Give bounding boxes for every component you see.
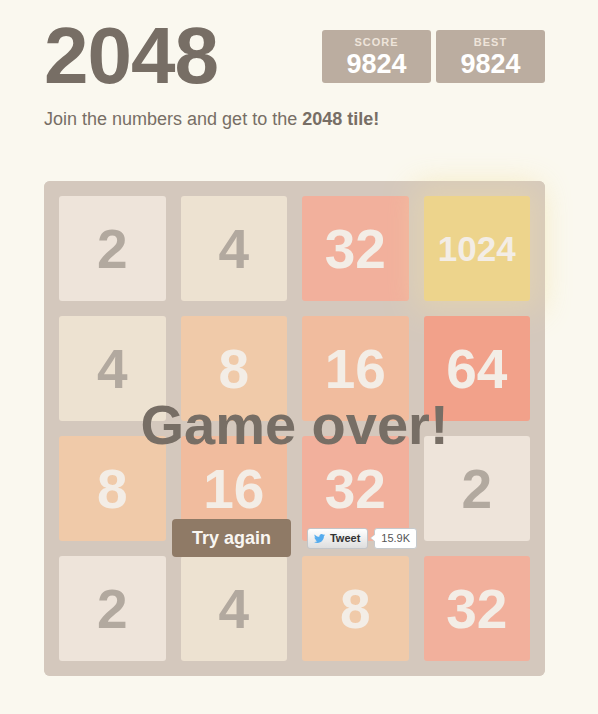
game-over-actions: Try again Tweet 15.9K [44, 519, 545, 557]
try-again-button[interactable]: Try again [172, 519, 291, 557]
best-value: 9824 [460, 49, 520, 79]
best-label: BEST [474, 36, 507, 49]
game-over-message: Game over! [44, 395, 545, 455]
score-box: SCORE 9824 [322, 30, 431, 83]
game-over-overlay: Game over! Try again Tweet 15.9K [44, 181, 545, 676]
header: 2048 SCORE 9824 BEST 9824 [44, 27, 545, 85]
tweet-count[interactable]: 15.9K [374, 528, 417, 549]
best-box: BEST 9824 [436, 30, 545, 83]
game-board: 2432102448166481632224832 Game over! Try… [44, 181, 545, 676]
tweet-button[interactable]: Tweet [307, 528, 368, 549]
tweet-widget: Tweet 15.9K [307, 528, 417, 549]
game-title: 2048 [44, 27, 218, 85]
score-label: SCORE [354, 36, 398, 49]
subtitle: Join the numbers and get to the 2048 til… [44, 107, 545, 131]
subtitle-text: Join the numbers and get to the [44, 109, 302, 129]
score-value: 9824 [346, 49, 406, 79]
tweet-button-label: Tweet [330, 532, 360, 544]
twitter-bird-icon [313, 533, 326, 544]
game-container: 2048 SCORE 9824 BEST 9824 Join the numbe… [44, 0, 545, 676]
scores-container: SCORE 9824 BEST 9824 [322, 30, 545, 83]
subtitle-goal: 2048 tile! [302, 109, 379, 129]
